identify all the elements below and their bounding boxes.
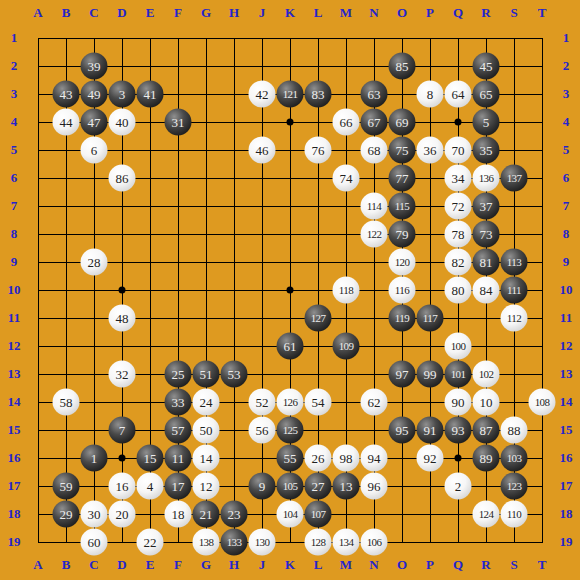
stone-move-number: 99 [424,368,437,381]
row-label-left-10: 10 [2,282,26,298]
stone-black-67-N4: 67 [361,109,388,136]
stone-black-121-K3: 121 [277,81,304,108]
stone-black-105-K17: 105 [277,473,304,500]
stone-white-104-K18: 104 [277,501,304,528]
stone-white-130-J19: 130 [249,529,276,556]
stone-move-number: 32 [116,368,129,381]
stone-move-number: 90 [452,396,465,409]
stone-black-81-R9: 81 [473,249,500,276]
stone-black-25-F13: 25 [165,361,192,388]
stone-move-number: 67 [368,116,381,129]
stone-white-20-D18: 20 [109,501,136,528]
col-label-top-P: P [416,5,444,21]
stone-move-number: 108 [535,397,550,408]
stone-move-number: 24 [200,396,213,409]
col-label-bottom-B: B [52,557,80,573]
stone-black-51-G13: 51 [193,361,220,388]
star-point-D10 [119,287,126,294]
stone-black-63-N3: 63 [361,81,388,108]
stone-move-number: 47 [88,116,101,129]
col-label-top-H: H [220,5,248,21]
stone-black-15-E16: 15 [137,445,164,472]
col-label-bottom-R: R [472,557,500,573]
stone-move-number: 134 [339,537,354,548]
stone-white-2-Q17: 2 [445,473,472,500]
stone-black-103-S16: 103 [501,445,528,472]
row-label-left-5: 5 [2,142,26,158]
stone-black-31-F4: 31 [165,109,192,136]
col-label-top-E: E [136,5,164,21]
stone-black-7-D15: 7 [109,417,136,444]
stone-white-12-G17: 12 [193,473,220,500]
stone-black-111-S10: 111 [501,277,528,304]
stone-white-68-N5: 68 [361,137,388,164]
stone-move-number: 82 [452,256,465,269]
stone-black-41-E3: 41 [137,81,164,108]
stone-move-number: 36 [424,144,437,157]
stone-move-number: 62 [368,396,381,409]
stone-move-number: 94 [368,452,381,465]
stone-move-number: 120 [395,257,410,268]
stone-white-98-M16: 98 [333,445,360,472]
row-label-left-8: 8 [2,226,26,242]
stone-white-86-D6: 86 [109,165,136,192]
row-label-right-17: 17 [554,478,578,494]
col-label-bottom-N: N [360,557,388,573]
stone-white-90-Q14: 90 [445,389,472,416]
stone-move-number: 113 [507,257,521,268]
stone-move-number: 8 [427,88,434,101]
stone-white-124-R18: 124 [473,501,500,528]
col-label-bottom-G: G [192,557,220,573]
stone-white-108-T14: 108 [529,389,556,416]
col-label-bottom-K: K [276,557,304,573]
stone-move-number: 56 [256,424,269,437]
star-point-Q4 [455,119,462,126]
row-label-left-15: 15 [2,422,26,438]
row-label-left-1: 1 [2,30,26,46]
stone-move-number: 117 [423,313,437,324]
col-label-top-R: R [472,5,500,21]
stone-move-number: 126 [283,397,298,408]
row-label-right-16: 16 [554,450,578,466]
row-label-right-9: 9 [554,254,578,270]
stone-move-number: 74 [340,172,353,185]
stone-white-4-E17: 4 [137,473,164,500]
stone-black-11-F16: 11 [165,445,192,472]
stone-move-number: 9 [259,480,266,493]
stone-white-16-D17: 16 [109,473,136,500]
row-label-right-13: 13 [554,366,578,382]
stone-move-number: 133 [227,537,242,548]
stone-move-number: 92 [424,452,437,465]
stone-move-number: 97 [396,368,409,381]
stone-white-54-L14: 54 [305,389,332,416]
stone-black-55-K16: 55 [277,445,304,472]
stone-move-number: 98 [340,452,353,465]
col-label-top-J: J [248,5,276,21]
stone-move-number: 50 [200,424,213,437]
stone-black-127-L11: 127 [305,305,332,332]
stone-black-9-J17: 9 [249,473,276,500]
stone-black-113-S9: 113 [501,249,528,276]
stone-black-27-L17: 27 [305,473,332,500]
row-label-left-6: 6 [2,170,26,186]
stone-move-number: 85 [396,60,409,73]
stone-move-number: 100 [451,341,466,352]
stone-black-17-F17: 17 [165,473,192,500]
stone-move-number: 29 [60,508,73,521]
row-label-right-3: 3 [554,86,578,102]
col-label-bottom-O: O [388,557,416,573]
stone-move-number: 103 [507,453,522,464]
col-label-bottom-T: T [528,557,556,573]
col-label-bottom-D: D [108,557,136,573]
stone-move-number: 52 [256,396,269,409]
stone-white-46-J5: 46 [249,137,276,164]
stone-black-29-B18: 29 [53,501,80,528]
stone-move-number: 31 [172,116,185,129]
stone-move-number: 30 [88,508,101,521]
col-label-bottom-J: J [248,557,276,573]
stone-move-number: 63 [368,88,381,101]
stone-white-66-M4: 66 [333,109,360,136]
row-label-right-18: 18 [554,506,578,522]
stone-white-64-Q3: 64 [445,81,472,108]
stone-move-number: 81 [480,256,493,269]
stone-white-28-C9: 28 [81,249,108,276]
stone-black-125-K15: 125 [277,417,304,444]
stone-white-62-N14: 62 [361,389,388,416]
stone-move-number: 102 [479,369,494,380]
stone-black-65-R3: 65 [473,81,500,108]
stone-move-number: 125 [283,425,298,436]
stone-move-number: 68 [368,144,381,157]
stone-move-number: 138 [199,537,214,548]
stone-move-number: 112 [507,313,521,324]
row-label-left-4: 4 [2,114,26,130]
row-label-left-14: 14 [2,394,26,410]
stone-move-number: 44 [60,116,73,129]
stone-move-number: 49 [88,88,101,101]
stone-white-72-Q7: 72 [445,193,472,220]
stone-black-37-R7: 37 [473,193,500,220]
stone-move-number: 104 [283,509,298,520]
row-label-left-2: 2 [2,58,26,74]
stone-move-number: 13 [340,480,353,493]
stone-move-number: 101 [451,369,466,380]
col-label-bottom-C: C [80,557,108,573]
stone-white-44-B4: 44 [53,109,80,136]
stone-move-number: 93 [452,424,465,437]
stone-move-number: 53 [228,368,241,381]
stone-white-96-N17: 96 [361,473,388,500]
row-label-right-12: 12 [554,338,578,354]
stone-move-number: 6 [91,144,98,157]
stone-white-112-S11: 112 [501,305,528,332]
stone-move-number: 40 [116,116,129,129]
stone-move-number: 23 [228,508,241,521]
star-point-K4 [287,119,294,126]
row-label-left-19: 19 [2,534,26,550]
stone-move-number: 119 [395,313,409,324]
stone-black-77-O6: 77 [389,165,416,192]
stone-white-84-R10: 84 [473,277,500,304]
stone-move-number: 17 [172,480,185,493]
stone-white-36-P5: 36 [417,137,444,164]
stone-move-number: 51 [200,368,213,381]
stone-white-6-C5: 6 [81,137,108,164]
stone-black-93-Q15: 93 [445,417,472,444]
stone-move-number: 39 [88,60,101,73]
stone-white-100-Q12: 100 [445,333,472,360]
stone-white-82-Q9: 82 [445,249,472,276]
row-label-left-11: 11 [2,310,26,326]
stone-white-52-J14: 52 [249,389,276,416]
row-label-right-19: 19 [554,534,578,550]
stone-move-number: 88 [508,424,521,437]
stone-move-number: 69 [396,116,409,129]
stone-black-59-B17: 59 [53,473,80,500]
col-label-bottom-E: E [136,557,164,573]
stone-move-number: 121 [283,89,298,100]
stone-black-95-O15: 95 [389,417,416,444]
stone-black-23-H18: 23 [221,501,248,528]
stone-white-56-J15: 56 [249,417,276,444]
col-label-bottom-H: H [220,557,248,573]
row-label-right-6: 6 [554,170,578,186]
stone-black-73-R8: 73 [473,221,500,248]
col-label-top-O: O [388,5,416,21]
stone-move-number: 86 [116,172,129,185]
stone-move-number: 110 [507,509,521,520]
stone-black-115-O7: 115 [389,193,416,220]
stone-move-number: 33 [172,396,185,409]
row-label-left-16: 16 [2,450,26,466]
stone-black-107-L18: 107 [305,501,332,528]
col-label-top-L: L [304,5,332,21]
row-label-left-7: 7 [2,198,26,214]
stone-white-102-R13: 102 [473,361,500,388]
stone-move-number: 10 [480,396,493,409]
stone-move-number: 42 [256,88,269,101]
stone-move-number: 78 [452,228,465,241]
stone-white-74-M6: 74 [333,165,360,192]
go-board[interactable]: AABBCCDDEEFFGGHHJJKKLLMMNNOOPPQQRRSSTT11… [0,0,580,580]
stone-white-50-G15: 50 [193,417,220,444]
col-label-top-C: C [80,5,108,21]
stone-move-number: 2 [455,480,462,493]
stone-white-80-Q10: 80 [445,277,472,304]
stone-black-13-M17: 13 [333,473,360,500]
stone-move-number: 89 [480,452,493,465]
stone-black-87-R15: 87 [473,417,500,444]
stone-white-118-M10: 118 [333,277,360,304]
stone-white-94-N16: 94 [361,445,388,472]
stone-black-45-R2: 45 [473,53,500,80]
col-label-top-S: S [500,5,528,21]
stone-black-117-P11: 117 [417,305,444,332]
stone-black-85-O2: 85 [389,53,416,80]
col-label-top-G: G [192,5,220,21]
stone-white-26-L16: 26 [305,445,332,472]
stone-white-120-O9: 120 [389,249,416,276]
stone-move-number: 123 [507,481,522,492]
stone-move-number: 14 [200,452,213,465]
star-point-K10 [287,287,294,294]
stone-black-69-O4: 69 [389,109,416,136]
stone-move-number: 118 [339,285,353,296]
stone-white-22-E19: 22 [137,529,164,556]
stone-white-70-Q5: 70 [445,137,472,164]
stone-move-number: 34 [452,172,465,185]
stone-move-number: 84 [480,284,493,297]
stone-move-number: 57 [172,424,185,437]
stone-black-3-D3: 3 [109,81,136,108]
stone-move-number: 95 [396,424,409,437]
stone-move-number: 75 [396,144,409,157]
col-label-bottom-S: S [500,557,528,573]
stone-black-33-F14: 33 [165,389,192,416]
stone-black-99-P13: 99 [417,361,444,388]
col-label-top-T: T [528,5,556,21]
stone-move-number: 65 [480,88,493,101]
stone-move-number: 45 [480,60,493,73]
stone-move-number: 37 [480,200,493,213]
stone-white-134-M19: 134 [333,529,360,556]
stone-move-number: 111 [507,285,521,296]
stone-move-number: 80 [452,284,465,297]
stone-black-83-L3: 83 [305,81,332,108]
stone-white-58-B14: 58 [53,389,80,416]
stone-move-number: 137 [507,173,522,184]
stone-black-109-M12: 109 [333,333,360,360]
stone-white-126-K14: 126 [277,389,304,416]
stone-move-number: 127 [311,313,326,324]
stone-move-number: 1 [91,452,98,465]
stone-move-number: 26 [312,452,325,465]
stone-white-10-R14: 10 [473,389,500,416]
stone-black-75-O5: 75 [389,137,416,164]
stone-white-30-C18: 30 [81,501,108,528]
stone-black-53-H13: 53 [221,361,248,388]
stone-white-92-P16: 92 [417,445,444,472]
stone-white-32-D13: 32 [109,361,136,388]
stone-white-8-P3: 8 [417,81,444,108]
row-label-left-3: 3 [2,86,26,102]
stone-move-number: 20 [116,508,129,521]
stone-move-number: 91 [424,424,437,437]
stone-move-number: 79 [396,228,409,241]
col-label-bottom-Q: Q [444,557,472,573]
stone-move-number: 70 [452,144,465,157]
stone-white-42-J3: 42 [249,81,276,108]
row-label-left-13: 13 [2,366,26,382]
stone-white-88-S15: 88 [501,417,528,444]
stone-black-21-G18: 21 [193,501,220,528]
col-label-bottom-L: L [304,557,332,573]
stone-move-number: 60 [88,536,101,549]
stone-move-number: 11 [172,452,185,465]
stone-black-57-F15: 57 [165,417,192,444]
star-point-Q16 [455,455,462,462]
stone-white-18-F18: 18 [165,501,192,528]
stone-move-number: 21 [200,508,213,521]
stone-move-number: 66 [340,116,353,129]
col-label-top-F: F [164,5,192,21]
col-label-top-N: N [360,5,388,21]
stone-move-number: 12 [200,480,213,493]
stone-black-91-P15: 91 [417,417,444,444]
stone-white-106-N19: 106 [361,529,388,556]
stone-black-1-C16: 1 [81,445,108,472]
stone-move-number: 130 [255,537,270,548]
stone-white-34-Q6: 34 [445,165,472,192]
stone-black-97-O13: 97 [389,361,416,388]
row-label-right-5: 5 [554,142,578,158]
row-label-right-14: 14 [554,394,578,410]
stone-move-number: 58 [60,396,73,409]
stone-move-number: 16 [116,480,129,493]
stone-white-128-L19: 128 [305,529,332,556]
stone-black-35-R5: 35 [473,137,500,164]
stone-black-101-Q13: 101 [445,361,472,388]
col-label-top-M: M [332,5,360,21]
stone-move-number: 76 [312,144,325,157]
stone-move-number: 136 [479,173,494,184]
stone-black-123-S17: 123 [501,473,528,500]
row-label-left-12: 12 [2,338,26,354]
stone-move-number: 7 [119,424,126,437]
stone-move-number: 43 [60,88,73,101]
row-label-right-8: 8 [554,226,578,242]
stone-move-number: 22 [144,536,157,549]
row-label-left-9: 9 [2,254,26,270]
stone-move-number: 128 [311,537,326,548]
stone-move-number: 72 [452,200,465,213]
stone-move-number: 54 [312,396,325,409]
row-label-right-2: 2 [554,58,578,74]
stone-white-48-D11: 48 [109,305,136,332]
stone-white-136-R6: 136 [473,165,500,192]
row-label-right-11: 11 [554,310,578,326]
stone-black-61-K12: 61 [277,333,304,360]
stone-move-number: 46 [256,144,269,157]
stone-move-number: 87 [480,424,493,437]
stone-move-number: 25 [172,368,185,381]
stone-move-number: 115 [395,201,409,212]
stone-move-number: 48 [116,312,129,325]
stone-white-24-G14: 24 [193,389,220,416]
stone-move-number: 15 [144,452,157,465]
stone-move-number: 55 [284,452,297,465]
col-label-bottom-A: A [24,557,52,573]
stone-black-43-B3: 43 [53,81,80,108]
row-label-right-10: 10 [554,282,578,298]
star-point-D16 [119,455,126,462]
col-label-bottom-F: F [164,557,192,573]
col-label-top-B: B [52,5,80,21]
stone-move-number: 4 [147,480,154,493]
stone-black-5-R4: 5 [473,109,500,136]
stone-black-39-C2: 39 [81,53,108,80]
stone-black-79-O8: 79 [389,221,416,248]
stone-move-number: 124 [479,509,494,520]
stone-black-49-C3: 49 [81,81,108,108]
stone-move-number: 61 [284,340,297,353]
stone-white-76-L5: 76 [305,137,332,164]
col-label-top-D: D [108,5,136,21]
